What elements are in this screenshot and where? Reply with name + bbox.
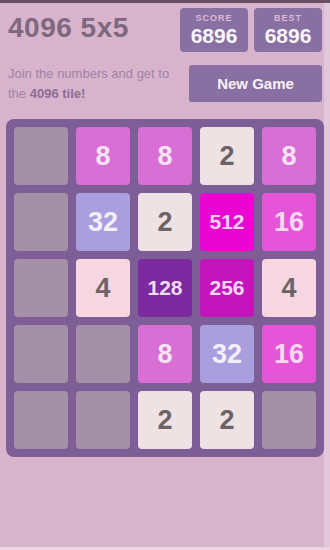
cell-empty-r3c1	[14, 259, 68, 317]
score-box: SCORE 6896	[180, 8, 248, 52]
best-box: BEST 6896	[254, 8, 322, 52]
score-value: 6896	[191, 24, 238, 48]
score-label: SCORE	[195, 13, 232, 23]
intro-text: Join the numbers and get to the 4096 til…	[8, 64, 186, 103]
cell-empty-r2c1	[14, 193, 68, 251]
cell-empty-r5c1	[14, 391, 68, 449]
tile-2-r1c4: 2	[200, 127, 254, 185]
tile-2-r5c3: 2	[138, 391, 192, 449]
tile-8-r4c3: 8	[138, 325, 192, 383]
cell-empty-r5c5	[262, 391, 316, 449]
cell-empty-r4c1	[14, 325, 68, 383]
right-edge-strip	[324, 3, 330, 550]
app-window: 4096 5x5 SCORE 6896 BEST 6896 Join the n…	[0, 0, 330, 550]
scoreboard: SCORE 6896 BEST 6896	[180, 8, 322, 52]
tile-2-r5c4: 2	[200, 391, 254, 449]
cell-empty-r4c2	[76, 325, 130, 383]
tile-8-r1c3: 8	[138, 127, 192, 185]
tile-16-r4c5: 16	[262, 325, 316, 383]
best-value: 6896	[265, 24, 312, 48]
tile-4-r3c2: 4	[76, 259, 130, 317]
subheader: Join the numbers and get to the 4096 til…	[0, 52, 330, 103]
new-game-button[interactable]: New Game	[189, 65, 322, 102]
tile-4-r3c5: 4	[262, 259, 316, 317]
tile-32-r4c4: 32	[200, 325, 254, 383]
tile-32-r2c2: 32	[76, 193, 130, 251]
tile-16-r2c5: 16	[262, 193, 316, 251]
tile-8-r1c2: 8	[76, 127, 130, 185]
best-label: BEST	[274, 13, 302, 23]
board[interactable]: 882832251216412825648321622	[6, 119, 324, 457]
cell-empty-r5c2	[76, 391, 130, 449]
page-title: 4096 5x5	[8, 12, 129, 44]
tile-512-r2c4: 512	[200, 193, 254, 251]
tile-2-r2c3: 2	[138, 193, 192, 251]
header: 4096 5x5 SCORE 6896 BEST 6896	[0, 3, 330, 52]
tile-8-r1c5: 8	[262, 127, 316, 185]
cell-empty-r1c1	[14, 127, 68, 185]
tile-128-r3c3: 128	[138, 259, 192, 317]
tile-256-r3c4: 256	[200, 259, 254, 317]
intro-text-goal: 4096 tile!	[30, 86, 86, 101]
